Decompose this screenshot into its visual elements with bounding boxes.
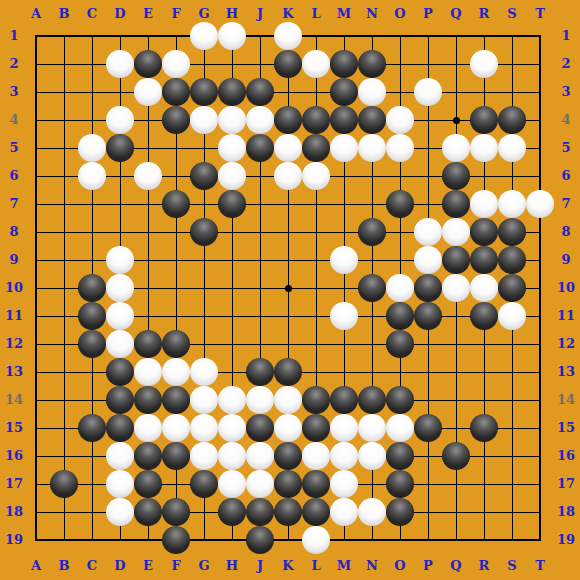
stone-black[interactable]: [106, 414, 134, 442]
stone-white[interactable]: [218, 470, 246, 498]
stone-black[interactable]: [498, 274, 526, 302]
stone-white[interactable]: [330, 470, 358, 498]
stone-black[interactable]: [190, 78, 218, 106]
row-label-left: 18: [0, 502, 28, 522]
stone-black[interactable]: [190, 470, 218, 498]
row-label-right: 2: [552, 54, 580, 74]
stone-black[interactable]: [386, 190, 414, 218]
stone-black[interactable]: [358, 274, 386, 302]
row-label-right: 10: [552, 278, 580, 298]
row-label-left: 6: [0, 166, 28, 186]
stone-black[interactable]: [274, 470, 302, 498]
stone-black[interactable]: [106, 134, 134, 162]
stone-black[interactable]: [302, 470, 330, 498]
stone-black[interactable]: [302, 414, 330, 442]
stone-white[interactable]: [106, 442, 134, 470]
stone-white[interactable]: [134, 78, 162, 106]
stone-white[interactable]: [414, 218, 442, 246]
row-label-right: 15: [552, 418, 580, 438]
stone-white[interactable]: [498, 190, 526, 218]
column-label-top: A: [22, 4, 50, 24]
stone-black[interactable]: [358, 106, 386, 134]
stone-black[interactable]: [78, 302, 106, 330]
row-label-right: 6: [552, 166, 580, 186]
stone-black[interactable]: [386, 470, 414, 498]
stone-white[interactable]: [498, 302, 526, 330]
stone-black[interactable]: [470, 246, 498, 274]
stone-white[interactable]: [358, 414, 386, 442]
column-label-top: Q: [442, 4, 470, 24]
stone-white[interactable]: [414, 78, 442, 106]
row-label-left: 4: [0, 110, 28, 130]
go-board: ABCDEFGHJKLMNOPQRST ABCDEFGHJKLMNOPQRST …: [0, 0, 580, 580]
column-label-bottom: G: [190, 556, 218, 576]
stone-white[interactable]: [190, 442, 218, 470]
column-label-bottom: K: [274, 556, 302, 576]
column-label-top: H: [218, 4, 246, 24]
stone-black[interactable]: [190, 162, 218, 190]
stone-white[interactable]: [246, 442, 274, 470]
stone-white[interactable]: [274, 134, 302, 162]
stone-black[interactable]: [302, 106, 330, 134]
stone-white[interactable]: [190, 358, 218, 386]
column-label-top: S: [498, 4, 526, 24]
column-label-top: J: [246, 4, 274, 24]
stone-black[interactable]: [358, 386, 386, 414]
stone-white[interactable]: [442, 274, 470, 302]
row-label-left: 13: [0, 362, 28, 382]
stone-white[interactable]: [274, 162, 302, 190]
stone-black[interactable]: [470, 106, 498, 134]
row-label-left: 8: [0, 222, 28, 242]
stone-black[interactable]: [274, 358, 302, 386]
row-label-right: 12: [552, 334, 580, 354]
stone-white[interactable]: [330, 498, 358, 526]
stone-black[interactable]: [246, 526, 274, 554]
stone-black[interactable]: [442, 442, 470, 470]
column-label-top: L: [302, 4, 330, 24]
column-label-top: B: [50, 4, 78, 24]
stone-white[interactable]: [358, 78, 386, 106]
stone-black[interactable]: [358, 50, 386, 78]
stone-black[interactable]: [442, 162, 470, 190]
stone-black[interactable]: [134, 470, 162, 498]
stone-black[interactable]: [246, 134, 274, 162]
stone-white[interactable]: [386, 106, 414, 134]
stone-white[interactable]: [106, 50, 134, 78]
stone-black[interactable]: [78, 330, 106, 358]
column-label-bottom: F: [162, 556, 190, 576]
row-label-right: 16: [552, 446, 580, 466]
stone-black[interactable]: [162, 190, 190, 218]
stone-white[interactable]: [106, 246, 134, 274]
stone-white[interactable]: [246, 386, 274, 414]
stone-white[interactable]: [134, 358, 162, 386]
stone-black[interactable]: [218, 498, 246, 526]
stone-black[interactable]: [386, 330, 414, 358]
stone-white[interactable]: [218, 162, 246, 190]
column-label-bottom: J: [246, 556, 274, 576]
column-label-top: C: [78, 4, 106, 24]
stone-black[interactable]: [78, 274, 106, 302]
star-point: [285, 285, 292, 292]
column-label-bottom: A: [22, 556, 50, 576]
column-label-bottom: O: [386, 556, 414, 576]
column-label-top: N: [358, 4, 386, 24]
column-label-top: T: [526, 4, 554, 24]
stone-black[interactable]: [162, 106, 190, 134]
row-label-left: 17: [0, 474, 28, 494]
column-label-top: M: [330, 4, 358, 24]
stone-black[interactable]: [274, 106, 302, 134]
stone-black[interactable]: [414, 302, 442, 330]
stone-black[interactable]: [162, 330, 190, 358]
column-label-bottom: N: [358, 556, 386, 576]
column-label-top: G: [190, 4, 218, 24]
row-label-right: 18: [552, 502, 580, 522]
stone-white[interactable]: [78, 134, 106, 162]
stone-black[interactable]: [274, 50, 302, 78]
column-label-bottom: T: [526, 556, 554, 576]
stone-black[interactable]: [162, 442, 190, 470]
stone-white[interactable]: [386, 414, 414, 442]
column-label-top: D: [106, 4, 134, 24]
row-label-right: 9: [552, 250, 580, 270]
stone-white[interactable]: [106, 330, 134, 358]
column-label-top: P: [414, 4, 442, 24]
stone-black[interactable]: [162, 498, 190, 526]
stone-black[interactable]: [106, 386, 134, 414]
row-label-left: 1: [0, 26, 28, 46]
stone-white[interactable]: [442, 134, 470, 162]
stone-white[interactable]: [106, 302, 134, 330]
stone-white[interactable]: [330, 442, 358, 470]
stone-black[interactable]: [386, 386, 414, 414]
stone-white[interactable]: [302, 442, 330, 470]
stone-black[interactable]: [498, 218, 526, 246]
row-label-left: 14: [0, 390, 28, 410]
stone-white[interactable]: [246, 106, 274, 134]
stone-black[interactable]: [274, 498, 302, 526]
row-label-left: 19: [0, 530, 28, 550]
row-label-right: 1: [552, 26, 580, 46]
stone-white[interactable]: [106, 274, 134, 302]
column-label-bottom: P: [414, 556, 442, 576]
column-label-top: F: [162, 4, 190, 24]
stone-black[interactable]: [386, 442, 414, 470]
stone-black[interactable]: [218, 190, 246, 218]
stone-white[interactable]: [470, 190, 498, 218]
stone-white[interactable]: [358, 442, 386, 470]
column-label-bottom: R: [470, 556, 498, 576]
stone-black[interactable]: [358, 218, 386, 246]
stone-white[interactable]: [330, 302, 358, 330]
column-label-bottom: C: [78, 556, 106, 576]
stone-black[interactable]: [414, 414, 442, 442]
stone-white[interactable]: [106, 106, 134, 134]
stone-white[interactable]: [218, 442, 246, 470]
stone-white[interactable]: [190, 386, 218, 414]
stone-black[interactable]: [470, 302, 498, 330]
stone-black[interactable]: [134, 330, 162, 358]
row-label-left: 5: [0, 138, 28, 158]
row-label-right: 7: [552, 194, 580, 214]
stone-black[interactable]: [330, 50, 358, 78]
stone-white[interactable]: [218, 106, 246, 134]
stone-white[interactable]: [330, 134, 358, 162]
stone-black[interactable]: [274, 442, 302, 470]
stone-white[interactable]: [274, 22, 302, 50]
stone-black[interactable]: [442, 246, 470, 274]
column-label-bottom: S: [498, 556, 526, 576]
stone-white[interactable]: [274, 414, 302, 442]
row-label-left: 7: [0, 194, 28, 214]
column-label-top: O: [386, 4, 414, 24]
stone-white[interactable]: [498, 134, 526, 162]
column-label-bottom: E: [134, 556, 162, 576]
stone-white[interactable]: [302, 162, 330, 190]
row-label-right: 4: [552, 110, 580, 130]
stone-white[interactable]: [330, 414, 358, 442]
column-label-bottom: L: [302, 556, 330, 576]
stone-white[interactable]: [190, 414, 218, 442]
stone-black[interactable]: [162, 78, 190, 106]
stone-white[interactable]: [78, 162, 106, 190]
stone-black[interactable]: [470, 414, 498, 442]
stone-white[interactable]: [470, 50, 498, 78]
stone-black[interactable]: [218, 78, 246, 106]
stone-white[interactable]: [470, 274, 498, 302]
stone-white[interactable]: [218, 414, 246, 442]
grid-line-vertical: [539, 35, 541, 541]
column-label-bottom: B: [50, 556, 78, 576]
stone-black[interactable]: [134, 50, 162, 78]
stone-white[interactable]: [330, 246, 358, 274]
stone-white[interactable]: [134, 162, 162, 190]
stone-black[interactable]: [330, 106, 358, 134]
stone-black[interactable]: [246, 358, 274, 386]
row-label-left: 2: [0, 54, 28, 74]
stone-black[interactable]: [162, 386, 190, 414]
stone-white[interactable]: [218, 134, 246, 162]
row-label-left: 10: [0, 278, 28, 298]
stone-white[interactable]: [358, 498, 386, 526]
stone-black[interactable]: [386, 302, 414, 330]
stone-black[interactable]: [330, 386, 358, 414]
stone-black[interactable]: [330, 78, 358, 106]
stone-black[interactable]: [134, 386, 162, 414]
column-label-bottom: D: [106, 556, 134, 576]
stone-black[interactable]: [246, 498, 274, 526]
stone-black[interactable]: [442, 190, 470, 218]
column-label-top: E: [134, 4, 162, 24]
stone-black[interactable]: [302, 134, 330, 162]
stone-white[interactable]: [302, 526, 330, 554]
stone-white[interactable]: [162, 50, 190, 78]
stone-white[interactable]: [302, 50, 330, 78]
row-label-left: 12: [0, 334, 28, 354]
stone-black[interactable]: [190, 218, 218, 246]
stone-white[interactable]: [162, 358, 190, 386]
row-label-right: 3: [552, 82, 580, 102]
row-label-left: 9: [0, 250, 28, 270]
stone-white[interactable]: [386, 134, 414, 162]
row-label-right: 8: [552, 222, 580, 242]
column-label-bottom: Q: [442, 556, 470, 576]
stone-black[interactable]: [78, 414, 106, 442]
stone-white[interactable]: [218, 22, 246, 50]
column-label-bottom: H: [218, 556, 246, 576]
row-label-right: 13: [552, 362, 580, 382]
stone-white[interactable]: [162, 414, 190, 442]
row-label-right: 11: [552, 306, 580, 326]
row-label-right: 17: [552, 474, 580, 494]
stone-black[interactable]: [386, 498, 414, 526]
row-label-left: 15: [0, 418, 28, 438]
stone-black[interactable]: [134, 442, 162, 470]
stone-white[interactable]: [106, 498, 134, 526]
column-label-top: R: [470, 4, 498, 24]
row-label-right: 19: [552, 530, 580, 550]
star-point: [453, 117, 460, 124]
stone-black[interactable]: [106, 358, 134, 386]
stone-white[interactable]: [414, 246, 442, 274]
stone-white[interactable]: [442, 218, 470, 246]
stone-white[interactable]: [106, 470, 134, 498]
row-label-right: 14: [552, 390, 580, 410]
stone-white[interactable]: [470, 134, 498, 162]
stone-black[interactable]: [134, 498, 162, 526]
row-label-left: 16: [0, 446, 28, 466]
column-label-bottom: M: [330, 556, 358, 576]
stone-white[interactable]: [274, 386, 302, 414]
stone-black[interactable]: [162, 526, 190, 554]
grid-line-horizontal: [35, 539, 541, 541]
stone-white[interactable]: [190, 22, 218, 50]
stone-black[interactable]: [470, 218, 498, 246]
column-label-top: K: [274, 4, 302, 24]
stone-white[interactable]: [386, 274, 414, 302]
stone-black[interactable]: [414, 274, 442, 302]
stone-black[interactable]: [246, 78, 274, 106]
stone-black[interactable]: [498, 246, 526, 274]
stone-white[interactable]: [134, 414, 162, 442]
stone-white[interactable]: [358, 134, 386, 162]
stone-black[interactable]: [50, 470, 78, 498]
stone-black[interactable]: [302, 498, 330, 526]
row-label-left: 11: [0, 306, 28, 326]
stone-white[interactable]: [526, 190, 554, 218]
stone-white[interactable]: [246, 470, 274, 498]
stone-white[interactable]: [190, 106, 218, 134]
stone-white[interactable]: [218, 386, 246, 414]
stone-black[interactable]: [302, 386, 330, 414]
stone-black[interactable]: [246, 414, 274, 442]
row-label-right: 5: [552, 138, 580, 158]
stone-black[interactable]: [498, 106, 526, 134]
row-label-left: 3: [0, 82, 28, 102]
